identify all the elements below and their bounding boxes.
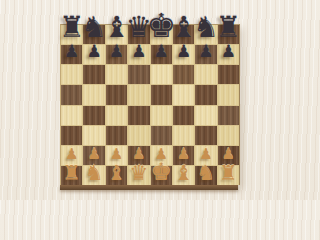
white-bishop[interactable]: ♝: [174, 163, 193, 184]
white-pawn[interactable]: ♟: [199, 147, 212, 162]
board-front-edge: [60, 185, 238, 190]
square-e3[interactable]: [151, 126, 172, 145]
square-h7[interactable]: ♟: [218, 45, 239, 64]
square-a6[interactable]: [61, 65, 82, 84]
black-pawn[interactable]: ♟: [154, 43, 169, 60]
square-d6[interactable]: [128, 65, 149, 84]
white-rook[interactable]: ♜: [62, 163, 81, 184]
table-surface: { "game": "chess", "view": "overhead-pho…: [0, 0, 300, 200]
white-knight[interactable]: ♞: [197, 163, 216, 184]
square-e4[interactable]: [151, 106, 172, 125]
square-b4[interactable]: [83, 106, 104, 125]
square-g1[interactable]: ♞: [195, 166, 216, 185]
square-g5[interactable]: [195, 85, 216, 104]
white-pawn[interactable]: ♟: [65, 147, 78, 162]
square-a1[interactable]: ♜: [61, 166, 82, 185]
square-b1[interactable]: ♞: [83, 166, 104, 185]
square-c6[interactable]: [106, 65, 127, 84]
square-c1[interactable]: ♝: [106, 166, 127, 185]
square-d5[interactable]: [128, 85, 149, 104]
black-pawn[interactable]: ♟: [198, 43, 213, 60]
black-pawn[interactable]: ♟: [131, 43, 146, 60]
white-pawn[interactable]: ♟: [87, 147, 100, 162]
white-knight[interactable]: ♞: [85, 163, 104, 184]
white-bishop[interactable]: ♝: [107, 163, 126, 184]
square-a3[interactable]: [61, 126, 82, 145]
square-b7[interactable]: ♟: [83, 45, 104, 64]
square-h4[interactable]: [218, 106, 239, 125]
square-a7[interactable]: ♟: [61, 45, 82, 64]
square-g4[interactable]: [195, 106, 216, 125]
white-pawn[interactable]: ♟: [110, 147, 123, 162]
square-c3[interactable]: [106, 126, 127, 145]
white-pawn[interactable]: ♟: [222, 147, 235, 162]
black-pawn[interactable]: ♟: [176, 43, 191, 60]
square-c4[interactable]: [106, 106, 127, 125]
square-g3[interactable]: [195, 126, 216, 145]
square-f1[interactable]: ♝: [173, 166, 194, 185]
square-b6[interactable]: [83, 65, 104, 84]
white-queen[interactable]: ♛: [129, 163, 148, 184]
square-f4[interactable]: [173, 106, 194, 125]
square-f5[interactable]: [173, 85, 194, 104]
square-h6[interactable]: [218, 65, 239, 84]
square-f3[interactable]: [173, 126, 194, 145]
square-e5[interactable]: [151, 85, 172, 104]
square-g6[interactable]: [195, 65, 216, 84]
chess-board: ♜♞♝♛♚♝♞♜♟♟♟♟♟♟♟♟♟♟♟♟♟♟♟♟♜♞♝♛♚♝♞♜: [60, 24, 240, 185]
square-e6[interactable]: [151, 65, 172, 84]
square-e7[interactable]: ♟: [151, 45, 172, 64]
square-d4[interactable]: [128, 106, 149, 125]
white-rook[interactable]: ♜: [219, 163, 238, 184]
white-pawn[interactable]: ♟: [132, 147, 145, 162]
square-c5[interactable]: [106, 85, 127, 104]
black-rook[interactable]: ♜: [215, 13, 241, 42]
square-h3[interactable]: [218, 126, 239, 145]
square-h5[interactable]: [218, 85, 239, 104]
square-h1[interactable]: ♜: [218, 166, 239, 185]
black-pawn[interactable]: ♟: [64, 43, 79, 60]
square-b5[interactable]: [83, 85, 104, 104]
black-pawn[interactable]: ♟: [86, 43, 101, 60]
square-d7[interactable]: ♟: [128, 45, 149, 64]
square-g7[interactable]: ♟: [195, 45, 216, 64]
square-c7[interactable]: ♟: [106, 45, 127, 64]
square-e1[interactable]: ♚: [151, 166, 172, 185]
white-king[interactable]: ♚: [150, 160, 172, 184]
square-a4[interactable]: [61, 106, 82, 125]
square-d1[interactable]: ♛: [128, 166, 149, 185]
white-pawn[interactable]: ♟: [177, 147, 190, 162]
square-f6[interactable]: [173, 65, 194, 84]
square-b3[interactable]: [83, 126, 104, 145]
square-f7[interactable]: ♟: [173, 45, 194, 64]
chess-board-wrap: ♜♞♝♛♚♝♞♜♟♟♟♟♟♟♟♟♟♟♟♟♟♟♟♟♜♞♝♛♚♝♞♜: [60, 24, 238, 190]
black-pawn[interactable]: ♟: [109, 43, 124, 60]
square-a5[interactable]: [61, 85, 82, 104]
square-d3[interactable]: [128, 126, 149, 145]
black-pawn[interactable]: ♟: [221, 43, 236, 60]
